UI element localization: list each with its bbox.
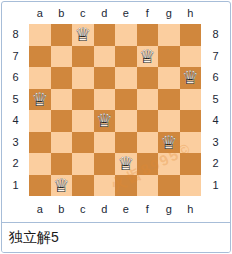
square-f3[interactable] — [137, 132, 159, 154]
square-e3[interactable] — [115, 132, 137, 154]
square-b7[interactable] — [51, 46, 73, 68]
files-bottom-row: abcdefgh — [2, 196, 230, 222]
square-e8[interactable] — [115, 24, 137, 46]
ranks-right-column: 87654321 — [201, 24, 230, 196]
square-b6[interactable] — [51, 67, 73, 89]
board-middle: 87654321 ♛♕♛♕♛♕♛♕♛♕♛♕♛♕♛♕ 87654321 — [2, 24, 230, 196]
square-f6[interactable] — [137, 67, 159, 89]
square-d6[interactable] — [94, 67, 116, 89]
white-queen-e2: ♛♕ — [115, 153, 137, 175]
square-c8[interactable]: ♛♕ — [72, 24, 94, 46]
rank-label-7-right: 7 — [201, 51, 230, 62]
rank-label-2-left: 2 — [2, 158, 29, 169]
square-h6[interactable]: ♛♕ — [180, 67, 202, 89]
square-f7[interactable]: ♛♕ — [137, 46, 159, 68]
white-queen-g3: ♛♕ — [158, 132, 180, 154]
square-a2[interactable] — [29, 153, 51, 175]
square-b2[interactable] — [51, 153, 73, 175]
queen-outline-glyph: ♕ — [115, 153, 137, 175]
square-d4[interactable]: ♛♕ — [94, 110, 116, 132]
queen-outline-glyph: ♕ — [94, 110, 116, 132]
square-h2[interactable] — [180, 153, 202, 175]
file-label-e-top: e — [115, 8, 137, 19]
square-a1[interactable] — [29, 175, 51, 197]
file-label-h-top: h — [180, 8, 202, 19]
rank-label-4-left: 4 — [2, 115, 29, 126]
caption-bar: 独立解5 — [2, 222, 230, 252]
square-e1[interactable] — [115, 175, 137, 197]
rank-label-5-left: 5 — [2, 94, 29, 105]
caption-text: 独立解5 — [9, 229, 59, 247]
square-c2[interactable] — [72, 153, 94, 175]
queen-outline-glyph: ♕ — [180, 67, 202, 89]
square-c5[interactable] — [72, 89, 94, 111]
file-label-b-top: b — [51, 8, 73, 19]
white-queen-d4: ♛♕ — [94, 110, 116, 132]
square-d8[interactable] — [94, 24, 116, 46]
square-a7[interactable] — [29, 46, 51, 68]
file-label-f-bottom: f — [137, 204, 159, 215]
square-a4[interactable] — [29, 110, 51, 132]
rank-label-8-left: 8 — [2, 29, 29, 40]
square-a5[interactable]: ♛♕ — [29, 89, 51, 111]
square-d7[interactable] — [94, 46, 116, 68]
square-e5[interactable] — [115, 89, 137, 111]
file-label-d-top: d — [94, 8, 116, 19]
file-label-g-top: g — [158, 8, 180, 19]
file-label-h-bottom: h — [180, 204, 202, 215]
square-g4[interactable] — [158, 110, 180, 132]
square-b8[interactable] — [51, 24, 73, 46]
queen-outline-glyph: ♕ — [51, 175, 73, 197]
square-f4[interactable] — [137, 110, 159, 132]
queen-outline-glyph: ♕ — [158, 132, 180, 154]
rank-label-1-right: 1 — [201, 180, 230, 191]
square-f2[interactable] — [137, 153, 159, 175]
square-g6[interactable] — [158, 67, 180, 89]
square-g3[interactable]: ♛♕ — [158, 132, 180, 154]
file-label-c-top: c — [72, 8, 94, 19]
square-a6[interactable] — [29, 67, 51, 89]
square-d2[interactable] — [94, 153, 116, 175]
white-queen-c8: ♛♕ — [72, 24, 94, 46]
rank-label-2-right: 2 — [201, 158, 230, 169]
puzzle-panel: abcdefgh 87654321 ♛♕♛♕♛♕♛♕♛♕♛♕♛♕♛♕ 87654… — [1, 1, 231, 253]
white-queen-h6: ♛♕ — [180, 67, 202, 89]
file-label-a-bottom: a — [29, 204, 51, 215]
square-b5[interactable] — [51, 89, 73, 111]
square-g1[interactable] — [158, 175, 180, 197]
square-e2[interactable]: ♛♕ — [115, 153, 137, 175]
square-b1[interactable]: ♛♕ — [51, 175, 73, 197]
square-f8[interactable] — [137, 24, 159, 46]
square-f5[interactable] — [137, 89, 159, 111]
square-d5[interactable] — [94, 89, 116, 111]
square-e4[interactable] — [115, 110, 137, 132]
square-g2[interactable] — [158, 153, 180, 175]
square-b3[interactable] — [51, 132, 73, 154]
square-a8[interactable] — [29, 24, 51, 46]
square-c3[interactable] — [72, 132, 94, 154]
rank-label-3-right: 3 — [201, 137, 230, 148]
square-d3[interactable] — [94, 132, 116, 154]
rank-label-6-left: 6 — [2, 72, 29, 83]
square-c1[interactable] — [72, 175, 94, 197]
rank-label-4-right: 4 — [201, 115, 230, 126]
rank-label-6-right: 6 — [201, 72, 230, 83]
rank-label-7-left: 7 — [2, 51, 29, 62]
file-label-g-bottom: g — [158, 204, 180, 215]
queen-outline-glyph: ♕ — [137, 46, 159, 68]
square-b4[interactable] — [51, 110, 73, 132]
square-h5[interactable] — [180, 89, 202, 111]
rank-label-1-left: 1 — [2, 180, 29, 191]
square-c6[interactable] — [72, 67, 94, 89]
square-d1[interactable] — [94, 175, 116, 197]
rank-label-3-left: 3 — [2, 137, 29, 148]
square-h1[interactable] — [180, 175, 202, 197]
square-h4[interactable] — [180, 110, 202, 132]
square-c4[interactable] — [72, 110, 94, 132]
queen-outline-glyph: ♕ — [29, 89, 51, 111]
white-queen-b1: ♛♕ — [51, 175, 73, 197]
square-c7[interactable] — [72, 46, 94, 68]
rank-label-5-right: 5 — [201, 94, 230, 105]
square-a3[interactable] — [29, 132, 51, 154]
file-label-f-top: f — [137, 8, 159, 19]
white-queen-f7: ♛♕ — [137, 46, 159, 68]
rank-label-8-right: 8 — [201, 29, 230, 40]
square-e6[interactable] — [115, 67, 137, 89]
square-g8[interactable] — [158, 24, 180, 46]
square-h8[interactable] — [180, 24, 202, 46]
file-label-a-top: a — [29, 8, 51, 19]
square-f1[interactable] — [137, 175, 159, 197]
square-g7[interactable] — [158, 46, 180, 68]
square-h7[interactable] — [180, 46, 202, 68]
chess-board: ♛♕♛♕♛♕♛♕♛♕♛♕♛♕♛♕ — [29, 24, 201, 196]
square-g5[interactable] — [158, 89, 180, 111]
file-label-b-bottom: b — [51, 204, 73, 215]
square-h3[interactable] — [180, 132, 202, 154]
file-label-e-bottom: e — [115, 204, 137, 215]
file-label-d-bottom: d — [94, 204, 116, 215]
files-top-row: abcdefgh — [2, 2, 230, 24]
square-e7[interactable] — [115, 46, 137, 68]
ranks-left-column: 87654321 — [2, 24, 29, 196]
file-label-c-bottom: c — [72, 204, 94, 215]
queen-outline-glyph: ♕ — [72, 24, 94, 46]
white-queen-a5: ♛♕ — [29, 89, 51, 111]
